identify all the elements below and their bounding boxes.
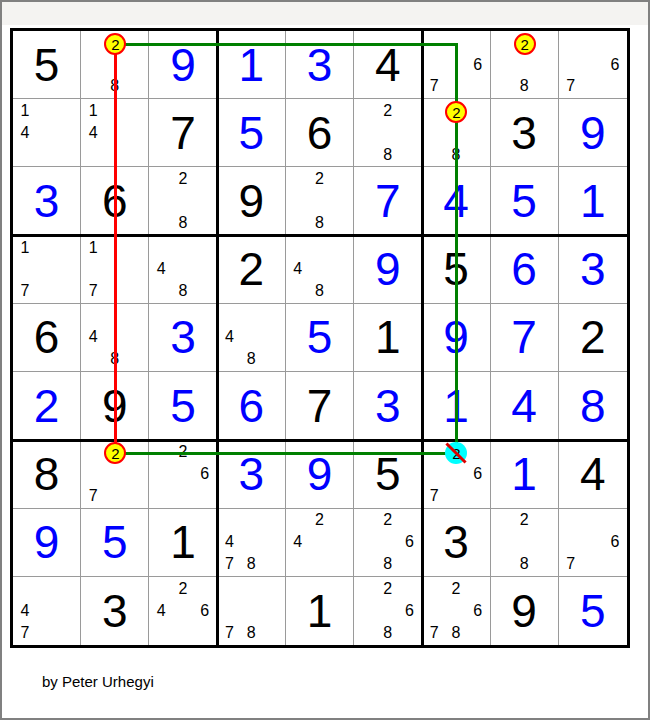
cell-r9c4[interactable]: 78 [218,577,286,645]
cell-r3c1[interactable]: 3 [13,167,81,235]
cell-r9c8[interactable]: 9 [491,577,559,645]
candidate-6[interactable]: 6 [467,54,489,76]
solved-digit: 3 [559,236,627,303]
cell-r9c2[interactable]: 3 [81,577,149,645]
pencil-marks: 67 [560,510,626,575]
given-digit: 3 [81,577,148,645]
solved-digit: 5 [149,372,216,439]
candidate-7[interactable]: 7 [423,485,445,507]
candidate-1[interactable]: 1 [14,237,36,259]
candidate-6[interactable]: 6 [194,600,216,622]
candidate-2[interactable]: 2 [309,510,331,532]
pencil-marks: 67 [560,32,626,97]
candidate-4[interactable]: 4 [150,258,172,280]
cell-r6c8[interactable]: 4 [491,372,559,440]
candidate-8[interactable]: 8 [240,348,262,370]
given-digit: 4 [559,440,627,507]
candidate-7[interactable]: 7 [560,553,582,575]
cell-r4c1[interactable]: 17 [13,236,81,304]
candidate-7[interactable]: 7 [423,75,445,97]
candidate-8[interactable]: 8 [513,75,535,97]
cell-r5c3[interactable]: 3 [149,304,217,372]
cell-r6c5[interactable]: 7 [286,372,354,440]
pencil-marks: 28 [492,510,557,575]
candidate-4[interactable]: 4 [219,327,241,349]
candidate-8[interactable]: 8 [172,212,194,234]
cell-r3c9[interactable]: 1 [559,167,627,235]
cell-r8c3[interactable]: 1 [149,509,217,577]
candidate-7[interactable]: 7 [82,280,104,302]
solved-digit: 5 [491,167,558,234]
cell-r8c6[interactable]: 268 [354,509,422,577]
solved-digit: 6 [491,236,558,303]
cell-r7c4[interactable]: 3 [218,440,286,508]
solved-digit: 6 [218,372,285,439]
pencil-marks: 478 [219,510,284,575]
chain-line-green [114,452,458,455]
given-digit: 1 [354,304,421,371]
cell-r2c3[interactable]: 7 [149,99,217,167]
given-digit: 5 [354,440,421,507]
solved-digit: 3 [286,31,353,98]
cell-r6c4[interactable]: 6 [218,372,286,440]
pencil-marks: 14 [14,100,79,165]
candidate-4[interactable]: 4 [219,531,241,553]
cell-r9c5[interactable]: 1 [286,577,354,645]
cell-r1c6[interactable]: 4 [354,31,422,99]
candidate-6[interactable]: 6 [194,463,216,485]
candidate-8[interactable]: 8 [240,553,262,575]
solved-digit: 7 [354,167,421,234]
given-digit: 9 [218,167,285,234]
candidate-4[interactable]: 4 [150,600,172,622]
candidate-2[interactable]: 2 [377,510,399,532]
pencil-marks: 28 [150,168,215,233]
given-digit: 3 [491,99,558,166]
pencil-marks: 78 [219,578,284,644]
solved-digit: 3 [218,440,285,507]
cell-r7c1[interactable]: 8 [13,440,81,508]
cell-r2c4[interactable]: 5 [218,99,286,167]
cell-r4c8[interactable]: 6 [491,236,559,304]
solved-digit: 8 [559,372,627,439]
cell-r9c7[interactable]: 2678 [422,577,490,645]
cell-r4c9[interactable]: 3 [559,236,627,304]
cell-r8c2[interactable]: 5 [81,509,149,577]
cell-r9c6[interactable]: 268 [354,577,422,645]
pencil-marks: 268 [355,578,420,644]
cell-r2c6[interactable]: 28 [354,99,422,167]
cell-r4c4[interactable]: 2 [218,236,286,304]
cell-r8c5[interactable]: 24 [286,509,354,577]
chain-line-green [114,43,458,46]
solved-digit: 3 [13,167,80,234]
solved-digit: 7 [491,304,558,371]
pencil-marks: 48 [150,237,215,302]
chain-node-circle[interactable]: 2 [514,33,536,55]
given-digit: 2 [218,236,285,303]
candidate-7[interactable]: 7 [14,622,36,644]
pencil-marks: 17 [14,237,79,302]
candidate-8[interactable]: 8 [377,553,399,575]
pencil-marks: 28 [287,168,352,233]
cell-r7c8[interactable]: 1 [491,440,559,508]
cell-r1c5[interactable]: 3 [286,31,354,99]
pencil-marks: 28 [355,100,420,165]
candidate-8[interactable]: 8 [377,144,399,166]
header-strip [2,2,648,25]
cell-r1c1[interactable]: 5 [13,31,81,99]
cell-r4c5[interactable]: 48 [286,236,354,304]
app-window: 5891346786714147562883936289287451171748… [0,0,650,720]
box-border-horizontal [13,439,627,442]
candidate-7[interactable]: 7 [82,485,104,507]
cell-r8c4[interactable]: 478 [218,509,286,577]
candidate-2[interactable]: 2 [377,100,399,122]
candidate-2[interactable]: 2 [172,578,194,600]
cell-r9c3[interactable]: 246 [149,577,217,645]
candidate-2[interactable]: 2 [445,578,467,600]
given-digit: 9 [491,577,558,645]
candidate-4[interactable]: 4 [14,122,36,144]
cell-r9c1[interactable]: 47 [13,577,81,645]
candidate-8[interactable]: 8 [172,280,194,302]
chain-line-red [114,43,117,455]
solved-digit: 5 [286,304,353,371]
cell-r3c5[interactable]: 28 [286,167,354,235]
candidate-4[interactable]: 4 [82,122,104,144]
given-digit: 1 [149,509,216,576]
cell-r8c1[interactable]: 9 [13,509,81,577]
cell-r8c9[interactable]: 67 [559,509,627,577]
candidate-8[interactable]: 8 [377,622,399,644]
candidate-2[interactable]: 2 [377,578,399,600]
cell-r5c1[interactable]: 6 [13,304,81,372]
cell-r6c3[interactable]: 5 [149,372,217,440]
candidate-7[interactable]: 7 [560,75,582,97]
cell-r3c3[interactable]: 28 [149,167,217,235]
candidate-8[interactable]: 8 [309,280,331,302]
candidate-4[interactable]: 4 [82,327,104,349]
cell-r6c9[interactable]: 8 [559,372,627,440]
cell-r1c4[interactable]: 1 [218,31,286,99]
candidate-1[interactable]: 1 [14,100,36,122]
solved-digit: 5 [559,577,627,645]
cell-r5c5[interactable]: 5 [286,304,354,372]
candidate-6[interactable]: 6 [604,531,626,553]
box-border-horizontal [13,234,627,237]
given-digit: 6 [13,304,80,371]
pencil-marks: 2678 [423,578,488,644]
candidate-6[interactable]: 6 [399,600,421,622]
solved-digit: 9 [354,236,421,303]
cell-r8c7[interactable]: 3 [422,509,490,577]
solved-digit: 1 [218,31,285,98]
cell-r9c9[interactable]: 5 [559,577,627,645]
pencil-marks: 24 [287,510,352,575]
cell-r5c8[interactable]: 7 [491,304,559,372]
candidate-6[interactable]: 6 [467,463,489,485]
candidate-8[interactable]: 8 [445,622,467,644]
cell-r7c6[interactable]: 5 [354,440,422,508]
candidate-7[interactable]: 7 [14,280,36,302]
cell-r4c6[interactable]: 9 [354,236,422,304]
candidate-4[interactable]: 4 [14,600,36,622]
credit-text: by Peter Urhegyi [42,673,154,690]
cell-r7c3[interactable]: 26 [149,440,217,508]
cell-r5c4[interactable]: 48 [218,304,286,372]
solved-digit: 1 [491,440,558,507]
candidate-6[interactable]: 6 [467,600,489,622]
candidate-7[interactable]: 7 [219,622,241,644]
solved-digit: 9 [149,31,216,98]
solved-digit: 2 [13,372,80,439]
cell-r3c4[interactable]: 9 [218,167,286,235]
cell-r2c9[interactable]: 9 [559,99,627,167]
cell-grid: 5891346786714147562883936289287451171748… [13,31,627,645]
box-border-vertical [216,31,219,645]
candidate-2[interactable]: 2 [513,510,535,532]
cell-r5c6[interactable]: 1 [354,304,422,372]
solved-digit: 3 [149,304,216,371]
solved-digit: 9 [559,99,627,166]
cell-r2c8[interactable]: 3 [491,99,559,167]
candidate-6[interactable]: 6 [604,54,626,76]
cell-r1c9[interactable]: 67 [559,31,627,99]
solved-digit: 3 [354,372,421,439]
pencil-marks: 47 [14,578,79,644]
given-digit: 1 [286,577,353,645]
given-digit: 7 [149,99,216,166]
candidate-8[interactable]: 8 [240,622,262,644]
candidate-8[interactable]: 8 [513,553,535,575]
elimination-candidate-circle[interactable]: 2 [445,442,467,464]
candidate-1[interactable]: 1 [82,100,104,122]
cell-r5c9[interactable]: 2 [559,304,627,372]
candidate-1[interactable]: 1 [82,237,104,259]
cell-r2c5[interactable]: 6 [286,99,354,167]
sudoku-board[interactable]: 5891346786714147562883936289287451171748… [10,28,630,648]
pencil-marks: 48 [219,305,284,370]
solved-digit: 5 [218,99,285,166]
candidate-4[interactable]: 4 [287,258,309,280]
given-digit: 4 [354,31,421,98]
given-digit: 5 [13,31,80,98]
cell-r6c1[interactable]: 2 [13,372,81,440]
pencil-marks: 246 [150,578,215,644]
strike-icon [446,443,467,464]
given-digit: 8 [13,440,80,507]
box-border-vertical [421,31,424,645]
candidate-2[interactable]: 2 [172,168,194,190]
cell-r1c3[interactable]: 9 [149,31,217,99]
given-digit: 7 [286,372,353,439]
candidate-7[interactable]: 7 [423,622,445,644]
given-digit: 3 [422,509,489,576]
given-digit: 2 [559,304,627,371]
candidate-8[interactable]: 8 [309,212,331,234]
cell-r7c9[interactable]: 4 [559,440,627,508]
cell-r7c5[interactable]: 9 [286,440,354,508]
candidate-6[interactable]: 6 [399,531,421,553]
solved-digit: 4 [491,372,558,439]
cell-r3c6[interactable]: 7 [354,167,422,235]
cell-r2c1[interactable]: 14 [13,99,81,167]
cell-r4c3[interactable]: 48 [149,236,217,304]
solved-digit: 1 [559,167,627,234]
given-digit: 6 [286,99,353,166]
candidate-2[interactable]: 2 [309,168,331,190]
cell-r8c8[interactable]: 28 [491,509,559,577]
pencil-marks: 268 [355,510,420,575]
candidate-4[interactable]: 4 [287,531,309,553]
cell-r6c6[interactable]: 3 [354,372,422,440]
solved-digit: 9 [286,440,353,507]
solved-digit: 9 [13,509,80,576]
cell-r3c8[interactable]: 5 [491,167,559,235]
pencil-marks: 48 [287,237,352,302]
solved-digit: 5 [81,509,148,576]
candidate-7[interactable]: 7 [219,553,241,575]
